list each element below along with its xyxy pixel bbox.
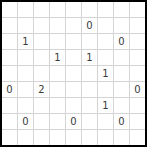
cell-r6-c4[interactable]	[66, 98, 81, 113]
cell-r2-c1: 1	[18, 34, 33, 49]
cell-r3-c8[interactable]	[130, 50, 145, 65]
cell-r0-c8[interactable]	[130, 2, 145, 17]
cell-r0-c1[interactable]	[18, 2, 33, 17]
clue-number: 0	[86, 21, 92, 31]
cell-r4-c7[interactable]	[114, 66, 129, 81]
cell-r3-c3: 1	[50, 50, 65, 65]
cell-r2-c5[interactable]	[82, 34, 97, 49]
cell-r6-c5[interactable]	[82, 98, 97, 113]
cell-r0-c5[interactable]	[82, 2, 97, 17]
cell-r0-c2[interactable]	[34, 2, 49, 17]
cell-r3-c4[interactable]	[66, 50, 81, 65]
cell-r5-c1[interactable]	[18, 82, 33, 97]
cell-r8-c7[interactable]	[114, 130, 129, 145]
clue-number: 0	[22, 117, 28, 127]
cell-r4-c4[interactable]	[66, 66, 81, 81]
cell-r5-c2: 2	[34, 82, 49, 97]
clue-number: 0	[134, 85, 140, 95]
clue-number: 0	[118, 117, 124, 127]
cell-r5-c0: 0	[2, 82, 17, 97]
cell-r5-c5[interactable]	[82, 82, 97, 97]
cell-r8-c1[interactable]	[18, 130, 33, 145]
cell-r2-c0[interactable]	[2, 34, 17, 49]
cell-r1-c4[interactable]	[66, 18, 81, 33]
cell-r7-c6[interactable]	[98, 114, 113, 129]
cell-r4-c5[interactable]	[82, 66, 97, 81]
cell-r8-c2[interactable]	[34, 130, 49, 145]
cell-r7-c0[interactable]	[2, 114, 17, 129]
cell-r8-c0[interactable]	[2, 130, 17, 145]
cell-r1-c6[interactable]	[98, 18, 113, 33]
cell-r5-c7[interactable]	[114, 82, 129, 97]
cell-r6-c7[interactable]	[114, 98, 129, 113]
cell-r0-c4[interactable]	[66, 2, 81, 17]
cell-r7-c5[interactable]	[82, 114, 97, 129]
clue-number: 1	[102, 69, 108, 79]
cell-r7-c2[interactable]	[34, 114, 49, 129]
cell-r1-c1[interactable]	[18, 18, 33, 33]
cell-r4-c2[interactable]	[34, 66, 49, 81]
cell-r2-c8[interactable]	[130, 34, 145, 49]
cell-r3-c0[interactable]	[2, 50, 17, 65]
cell-r6-c0[interactable]	[2, 98, 17, 113]
cell-r7-c7: 0	[114, 114, 129, 129]
cell-r1-c3[interactable]	[50, 18, 65, 33]
cell-r2-c7: 0	[114, 34, 129, 49]
cell-r2-c6[interactable]	[98, 34, 113, 49]
cell-r8-c5[interactable]	[82, 130, 97, 145]
cell-r1-c8[interactable]	[130, 18, 145, 33]
cell-r2-c2[interactable]	[34, 34, 49, 49]
cell-r4-c8[interactable]	[130, 66, 145, 81]
clue-number: 0	[70, 117, 76, 127]
clue-number: 1	[102, 101, 108, 111]
clue-number: 1	[86, 53, 92, 63]
clue-number: 0	[6, 85, 12, 95]
cell-r7-c4: 0	[66, 114, 81, 129]
cell-r8-c4[interactable]	[66, 130, 81, 145]
cell-r7-c3[interactable]	[50, 114, 65, 129]
cell-r1-c5: 0	[82, 18, 97, 33]
clue-number: 0	[118, 37, 124, 47]
cell-r1-c2[interactable]	[34, 18, 49, 33]
cell-r6-c6: 1	[98, 98, 113, 113]
cell-r8-c8[interactable]	[130, 130, 145, 145]
puzzle-board: 0101110201000	[0, 0, 147, 147]
cell-r2-c4[interactable]	[66, 34, 81, 49]
cell-r0-c0[interactable]	[2, 2, 17, 17]
cell-r7-c1: 0	[18, 114, 33, 129]
cell-r6-c8[interactable]	[130, 98, 145, 113]
cell-r8-c3[interactable]	[50, 130, 65, 145]
puzzle-canvas: 0101110201000	[0, 0, 150, 150]
cell-r5-c4[interactable]	[66, 82, 81, 97]
cell-r5-c3[interactable]	[50, 82, 65, 97]
clue-number: 1	[22, 37, 28, 47]
cell-r5-c6[interactable]	[98, 82, 113, 97]
cell-r2-c3[interactable]	[50, 34, 65, 49]
cell-r7-c8[interactable]	[130, 114, 145, 129]
cell-r3-c7[interactable]	[114, 50, 129, 65]
clue-number: 1	[54, 53, 60, 63]
cell-r0-c3[interactable]	[50, 2, 65, 17]
cell-r6-c3[interactable]	[50, 98, 65, 113]
cell-r1-c7[interactable]	[114, 18, 129, 33]
cell-r3-c1[interactable]	[18, 50, 33, 65]
cell-r4-c6: 1	[98, 66, 113, 81]
cell-r3-c2[interactable]	[34, 50, 49, 65]
cell-r0-c7[interactable]	[114, 2, 129, 17]
cell-r4-c3[interactable]	[50, 66, 65, 81]
cell-r6-c2[interactable]	[34, 98, 49, 113]
cell-r1-c0[interactable]	[2, 18, 17, 33]
cell-r4-c0[interactable]	[2, 66, 17, 81]
cell-r3-c5: 1	[82, 50, 97, 65]
cell-r8-c6[interactable]	[98, 130, 113, 145]
cell-r3-c6[interactable]	[98, 50, 113, 65]
cell-r5-c8: 0	[130, 82, 145, 97]
clue-number: 2	[38, 85, 44, 95]
cell-r6-c1[interactable]	[18, 98, 33, 113]
cell-r0-c6[interactable]	[98, 2, 113, 17]
cell-r4-c1[interactable]	[18, 66, 33, 81]
